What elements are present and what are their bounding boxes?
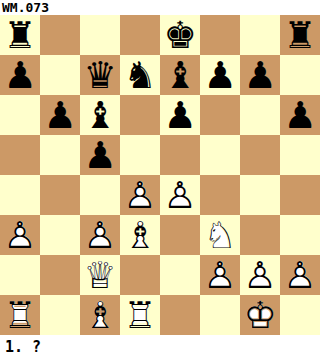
- square-e6[interactable]: ♟: [160, 95, 200, 135]
- square-h2[interactable]: ♟♙: [280, 255, 320, 295]
- square-h8[interactable]: ♜: [280, 15, 320, 55]
- white-knight: ♞♘: [200, 215, 240, 255]
- square-c8[interactable]: [80, 15, 120, 55]
- square-e4[interactable]: ♟♙: [160, 175, 200, 215]
- white-bishop: ♝♗: [80, 295, 120, 335]
- square-b6[interactable]: ♟: [40, 95, 80, 135]
- piece-outline-layer: ♕: [80, 255, 120, 295]
- piece-fill-layer: ♚: [160, 15, 200, 55]
- black-king: ♚: [160, 15, 200, 55]
- white-pawn: ♟♙: [280, 255, 320, 295]
- square-d8[interactable]: [120, 15, 160, 55]
- square-f5[interactable]: [200, 135, 240, 175]
- white-rook: ♜♖: [120, 295, 160, 335]
- piece-outline-layer: ♙: [200, 255, 240, 295]
- square-c5[interactable]: ♟: [80, 135, 120, 175]
- square-d6[interactable]: [120, 95, 160, 135]
- square-c2[interactable]: ♛♕: [80, 255, 120, 295]
- square-e7[interactable]: ♝: [160, 55, 200, 95]
- piece-fill-layer: ♝: [80, 95, 120, 135]
- black-pawn: ♟: [240, 55, 280, 95]
- square-g5[interactable]: [240, 135, 280, 175]
- black-knight: ♞: [120, 55, 160, 95]
- square-d4[interactable]: ♟♙: [120, 175, 160, 215]
- square-b3[interactable]: [40, 215, 80, 255]
- square-g7[interactable]: ♟: [240, 55, 280, 95]
- square-f1[interactable]: [200, 295, 240, 335]
- square-g4[interactable]: [240, 175, 280, 215]
- black-pawn: ♟: [200, 55, 240, 95]
- square-d5[interactable]: [120, 135, 160, 175]
- square-h7[interactable]: [280, 55, 320, 95]
- piece-fill-layer: ♟: [160, 95, 200, 135]
- square-b2[interactable]: [40, 255, 80, 295]
- square-f2[interactable]: ♟♙: [200, 255, 240, 295]
- piece-outline-layer: ♔: [240, 295, 280, 335]
- square-e5[interactable]: [160, 135, 200, 175]
- square-b7[interactable]: [40, 55, 80, 95]
- square-a5[interactable]: [0, 135, 40, 175]
- white-pawn: ♟♙: [0, 215, 40, 255]
- square-h6[interactable]: ♟: [280, 95, 320, 135]
- black-bishop: ♝: [160, 55, 200, 95]
- piece-outline-layer: ♘: [200, 215, 240, 255]
- piece-fill-layer: ♛: [80, 55, 120, 95]
- square-a8[interactable]: ♜: [0, 15, 40, 55]
- square-d1[interactable]: ♜♖: [120, 295, 160, 335]
- square-g8[interactable]: [240, 15, 280, 55]
- piece-fill-layer: ♟: [240, 55, 280, 95]
- square-e3[interactable]: [160, 215, 200, 255]
- piece-outline-layer: ♙: [80, 215, 120, 255]
- white-pawn: ♟♙: [80, 215, 120, 255]
- square-a3[interactable]: ♟♙: [0, 215, 40, 255]
- square-a2[interactable]: [0, 255, 40, 295]
- chess-board: ♜♚♜♟♛♞♝♟♟♟♝♟♟♟♟♙♟♙♟♙♟♙♝♗♞♘♛♕♟♙♟♙♟♙♜♖♝♗♜♖…: [0, 15, 320, 335]
- black-pawn: ♟: [160, 95, 200, 135]
- square-e1[interactable]: [160, 295, 200, 335]
- piece-fill-layer: ♟: [80, 135, 120, 175]
- square-b4[interactable]: [40, 175, 80, 215]
- square-h5[interactable]: [280, 135, 320, 175]
- square-f8[interactable]: [200, 15, 240, 55]
- square-c4[interactable]: [80, 175, 120, 215]
- piece-fill-layer: ♜: [280, 15, 320, 55]
- piece-outline-layer: ♖: [0, 295, 40, 335]
- black-rook: ♜: [280, 15, 320, 55]
- black-pawn: ♟: [80, 135, 120, 175]
- square-c7[interactable]: ♛: [80, 55, 120, 95]
- black-pawn: ♟: [40, 95, 80, 135]
- square-b1[interactable]: [40, 295, 80, 335]
- square-h4[interactable]: [280, 175, 320, 215]
- piece-outline-layer: ♙: [240, 255, 280, 295]
- black-pawn: ♟: [0, 55, 40, 95]
- square-f3[interactable]: ♞♘: [200, 215, 240, 255]
- square-a6[interactable]: [0, 95, 40, 135]
- square-e2[interactable]: [160, 255, 200, 295]
- square-g3[interactable]: [240, 215, 280, 255]
- piece-outline-layer: ♗: [80, 295, 120, 335]
- piece-outline-layer: ♙: [120, 175, 160, 215]
- piece-fill-layer: ♜: [0, 15, 40, 55]
- square-e8[interactable]: ♚: [160, 15, 200, 55]
- square-c6[interactable]: ♝: [80, 95, 120, 135]
- piece-outline-layer: ♙: [280, 255, 320, 295]
- piece-outline-layer: ♙: [0, 215, 40, 255]
- white-bishop: ♝♗: [120, 215, 160, 255]
- piece-fill-layer: ♟: [40, 95, 80, 135]
- square-c3[interactable]: ♟♙: [80, 215, 120, 255]
- white-pawn: ♟♙: [200, 255, 240, 295]
- piece-outline-layer: ♙: [160, 175, 200, 215]
- square-a4[interactable]: [0, 175, 40, 215]
- piece-fill-layer: ♟: [0, 55, 40, 95]
- white-queen: ♛♕: [80, 255, 120, 295]
- square-g1[interactable]: ♚♔: [240, 295, 280, 335]
- black-bishop: ♝: [80, 95, 120, 135]
- piece-fill-layer: ♟: [200, 55, 240, 95]
- square-d2[interactable]: [120, 255, 160, 295]
- square-b8[interactable]: [40, 15, 80, 55]
- square-b5[interactable]: [40, 135, 80, 175]
- piece-fill-layer: ♝: [160, 55, 200, 95]
- piece-outline-layer: ♗: [120, 215, 160, 255]
- move-prompt: 1. ?: [0, 335, 320, 360]
- white-pawn: ♟♙: [120, 175, 160, 215]
- black-queen: ♛: [80, 55, 120, 95]
- white-king: ♚♔: [240, 295, 280, 335]
- square-a1[interactable]: ♜♖: [0, 295, 40, 335]
- puzzle-title: WM.073: [0, 0, 320, 15]
- square-g6[interactable]: [240, 95, 280, 135]
- square-a7[interactable]: ♟: [0, 55, 40, 95]
- white-rook: ♜♖: [0, 295, 40, 335]
- black-rook: ♜: [0, 15, 40, 55]
- piece-fill-layer: ♞: [120, 55, 160, 95]
- square-h3[interactable]: [280, 215, 320, 255]
- square-f7[interactable]: ♟: [200, 55, 240, 95]
- piece-fill-layer: ♟: [280, 95, 320, 135]
- square-d3[interactable]: ♝♗: [120, 215, 160, 255]
- black-pawn: ♟: [280, 95, 320, 135]
- square-d7[interactable]: ♞: [120, 55, 160, 95]
- white-pawn: ♟♙: [240, 255, 280, 295]
- square-f4[interactable]: [200, 175, 240, 215]
- square-h1[interactable]: [280, 295, 320, 335]
- piece-outline-layer: ♖: [120, 295, 160, 335]
- square-f6[interactable]: [200, 95, 240, 135]
- white-pawn: ♟♙: [160, 175, 200, 215]
- square-g2[interactable]: ♟♙: [240, 255, 280, 295]
- square-c1[interactable]: ♝♗: [80, 295, 120, 335]
- chess-puzzle-window: WM.073 ♜♚♜♟♛♞♝♟♟♟♝♟♟♟♟♙♟♙♟♙♟♙♝♗♞♘♛♕♟♙♟♙♟…: [0, 0, 320, 360]
